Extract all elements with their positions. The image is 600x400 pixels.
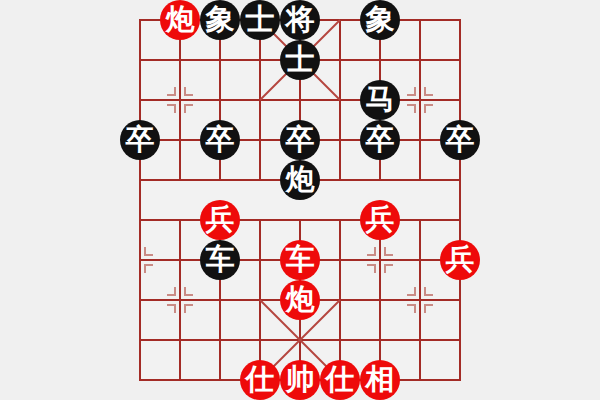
piece-red-advisor[interactable]: 仕 (320, 360, 360, 400)
point-marker (407, 287, 416, 296)
piece-black-general[interactable]: 将 (280, 0, 320, 40)
piece-red-advisor[interactable]: 仕 (240, 360, 280, 400)
point-marker (184, 87, 193, 96)
piece-glyph: 帅 (286, 365, 315, 394)
piece-black-elephant[interactable]: 象 (200, 0, 240, 40)
piece-black-cannon[interactable]: 炮 (280, 160, 320, 200)
piece-glyph: 兵 (206, 205, 235, 234)
piece-glyph: 仕 (326, 365, 355, 394)
point-marker (167, 287, 176, 296)
piece-glyph: 卒 (366, 125, 395, 154)
piece-glyph: 炮 (286, 285, 315, 314)
piece-black-elephant[interactable]: 象 (360, 0, 400, 40)
piece-red-soldier[interactable]: 兵 (200, 200, 240, 240)
point-marker (184, 104, 193, 113)
piece-black-soldier[interactable]: 卒 (360, 120, 400, 160)
piece-glyph: 车 (206, 245, 235, 274)
point-marker (184, 287, 193, 296)
piece-glyph: 马 (366, 85, 395, 114)
point-marker (367, 264, 376, 273)
point-marker (167, 104, 176, 113)
piece-red-soldier[interactable]: 兵 (440, 240, 480, 280)
piece-glyph: 士 (286, 45, 315, 74)
piece-red-elephant[interactable]: 相 (360, 360, 400, 400)
point-marker (167, 304, 176, 313)
point-marker (424, 287, 433, 296)
point-marker (407, 104, 416, 113)
piece-glyph: 车 (286, 245, 315, 274)
piece-black-horse[interactable]: 马 (360, 80, 400, 120)
piece-black-soldier[interactable]: 卒 (200, 120, 240, 160)
piece-glyph: 士 (246, 5, 275, 34)
piece-black-soldier[interactable]: 卒 (440, 120, 480, 160)
piece-glyph: 象 (366, 5, 395, 34)
piece-glyph: 炮 (166, 5, 195, 34)
piece-glyph: 兵 (366, 205, 395, 234)
piece-red-cannon[interactable]: 炮 (160, 0, 200, 40)
point-marker (367, 247, 376, 256)
point-marker (184, 304, 193, 313)
point-marker (424, 87, 433, 96)
piece-red-soldier[interactable]: 兵 (360, 200, 400, 240)
piece-glyph: 卒 (446, 125, 475, 154)
piece-glyph: 将 (286, 5, 315, 34)
piece-glyph: 兵 (446, 245, 475, 274)
piece-black-soldier[interactable]: 卒 (280, 120, 320, 160)
point-marker (384, 264, 393, 273)
point-marker (424, 304, 433, 313)
point-marker (407, 87, 416, 96)
point-marker (424, 104, 433, 113)
piece-glyph: 象 (206, 5, 235, 34)
point-marker (384, 247, 393, 256)
point-marker (167, 87, 176, 96)
piece-glyph: 卒 (286, 125, 315, 154)
piece-black-chariot[interactable]: 车 (200, 240, 240, 280)
point-marker (144, 247, 153, 256)
point-marker (144, 264, 153, 273)
piece-glyph: 相 (366, 365, 395, 394)
piece-black-advisor[interactable]: 士 (280, 40, 320, 80)
piece-glyph: 炮 (286, 165, 315, 194)
piece-glyph: 仕 (246, 365, 275, 394)
piece-red-chariot[interactable]: 车 (280, 240, 320, 280)
piece-glyph: 卒 (126, 125, 155, 154)
piece-black-soldier[interactable]: 卒 (120, 120, 160, 160)
piece-glyph: 卒 (206, 125, 235, 154)
xiangqi-board: 炮象士将象士马卒卒卒卒卒炮兵兵车车兵炮仕帅仕相 (139, 19, 461, 381)
piece-black-advisor[interactable]: 士 (240, 0, 280, 40)
piece-red-cannon[interactable]: 炮 (280, 280, 320, 320)
xiangqi-app: 炮象士将象士马卒卒卒卒卒炮兵兵车车兵炮仕帅仕相 (0, 0, 600, 400)
point-marker (407, 304, 416, 313)
piece-red-general[interactable]: 帅 (280, 360, 320, 400)
